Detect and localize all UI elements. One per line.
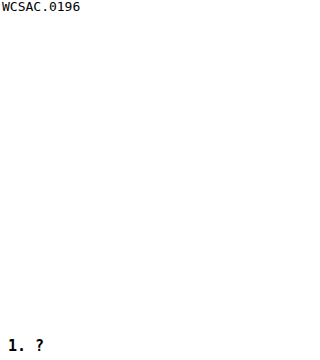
puzzle-title: WCSAC.0196	[0, 0, 320, 14]
move-prompt: 1. ?	[0, 334, 320, 360]
chess-puzzle-page: WCSAC.0196 1. ?	[0, 0, 320, 360]
chess-board	[0, 14, 320, 334]
